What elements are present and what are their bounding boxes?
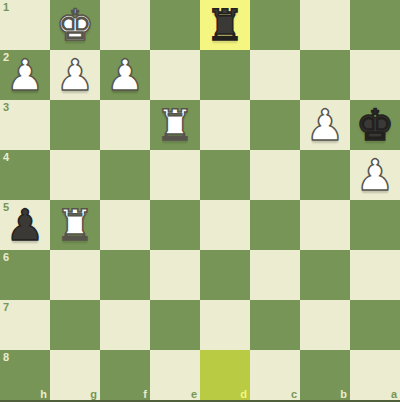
black-pawn-piece[interactable]: ♟: [0, 200, 50, 250]
square-d7[interactable]: [200, 300, 250, 350]
rank-label-8: 8: [3, 351, 9, 363]
white-pawn-piece[interactable]: ♟: [300, 100, 350, 150]
square-c3[interactable]: [250, 100, 300, 150]
square-b1[interactable]: [300, 0, 350, 50]
square-a2[interactable]: [350, 50, 400, 100]
square-h1[interactable]: 1: [0, 0, 50, 50]
square-c8[interactable]: c: [250, 350, 300, 400]
rank-label-7: 7: [3, 301, 9, 313]
square-a6[interactable]: [350, 250, 400, 300]
square-a1[interactable]: [350, 0, 400, 50]
square-a7[interactable]: [350, 300, 400, 350]
white-pawn-piece[interactable]: ♟: [0, 50, 50, 100]
square-b6[interactable]: [300, 250, 350, 300]
rank-label-6: 6: [3, 251, 9, 263]
square-e2[interactable]: [150, 50, 200, 100]
square-c4[interactable]: [250, 150, 300, 200]
square-f7[interactable]: [100, 300, 150, 350]
square-g6[interactable]: [50, 250, 100, 300]
rank-label-1: 1: [3, 1, 9, 13]
white-rook-piece[interactable]: ♜: [50, 200, 100, 250]
file-label-g: g: [90, 388, 97, 400]
square-h2[interactable]: 2♟: [0, 50, 50, 100]
square-b5[interactable]: [300, 200, 350, 250]
chess-board: 1♚♜2♟♟♟3♜♟♚4♟5♟♜678hgfedcba: [0, 0, 400, 400]
square-f2[interactable]: ♟: [100, 50, 150, 100]
square-d2[interactable]: [200, 50, 250, 100]
file-label-a: a: [391, 388, 397, 400]
chess-app-window: 1♚♜2♟♟♟3♜♟♚4♟5♟♜678hgfedcba: [0, 0, 400, 402]
white-pawn-piece[interactable]: ♟: [100, 50, 150, 100]
square-f6[interactable]: [100, 250, 150, 300]
square-c5[interactable]: [250, 200, 300, 250]
rank-label-3: 3: [3, 101, 9, 113]
square-d1[interactable]: ♜: [200, 0, 250, 50]
square-g1[interactable]: ♚: [50, 0, 100, 50]
black-king-piece[interactable]: ♚: [350, 100, 400, 150]
square-c6[interactable]: [250, 250, 300, 300]
file-label-b: b: [340, 388, 347, 400]
square-d4[interactable]: [200, 150, 250, 200]
square-h5[interactable]: 5♟: [0, 200, 50, 250]
square-h8[interactable]: 8h: [0, 350, 50, 400]
square-d3[interactable]: [200, 100, 250, 150]
square-e8[interactable]: e: [150, 350, 200, 400]
file-label-e: e: [191, 388, 197, 400]
square-c2[interactable]: [250, 50, 300, 100]
square-b7[interactable]: [300, 300, 350, 350]
square-h3[interactable]: 3: [0, 100, 50, 150]
file-label-f: f: [143, 388, 147, 400]
square-a8[interactable]: a: [350, 350, 400, 400]
square-e5[interactable]: [150, 200, 200, 250]
square-e4[interactable]: [150, 150, 200, 200]
square-e7[interactable]: [150, 300, 200, 350]
square-c7[interactable]: [250, 300, 300, 350]
square-c1[interactable]: [250, 0, 300, 50]
white-king-piece[interactable]: ♚: [50, 0, 100, 50]
square-g7[interactable]: [50, 300, 100, 350]
white-pawn-piece[interactable]: ♟: [350, 150, 400, 200]
square-a5[interactable]: [350, 200, 400, 250]
file-label-h: h: [40, 388, 47, 400]
square-g4[interactable]: [50, 150, 100, 200]
square-f4[interactable]: [100, 150, 150, 200]
square-d6[interactable]: [200, 250, 250, 300]
square-h7[interactable]: 7: [0, 300, 50, 350]
square-e6[interactable]: [150, 250, 200, 300]
square-e1[interactable]: [150, 0, 200, 50]
square-g8[interactable]: g: [50, 350, 100, 400]
rank-label-4: 4: [3, 151, 9, 163]
square-e3[interactable]: ♜: [150, 100, 200, 150]
square-f8[interactable]: f: [100, 350, 150, 400]
black-rook-piece[interactable]: ♜: [200, 0, 250, 50]
square-d8[interactable]: d: [200, 350, 250, 400]
square-d5[interactable]: [200, 200, 250, 250]
white-pawn-piece[interactable]: ♟: [50, 50, 100, 100]
square-b2[interactable]: [300, 50, 350, 100]
square-f3[interactable]: [100, 100, 150, 150]
square-a4[interactable]: ♟: [350, 150, 400, 200]
square-g2[interactable]: ♟: [50, 50, 100, 100]
square-f1[interactable]: [100, 0, 150, 50]
square-b4[interactable]: [300, 150, 350, 200]
square-a3[interactable]: ♚: [350, 100, 400, 150]
square-g5[interactable]: ♜: [50, 200, 100, 250]
square-g3[interactable]: [50, 100, 100, 150]
square-b3[interactable]: ♟: [300, 100, 350, 150]
square-f5[interactable]: [100, 200, 150, 250]
file-label-d: d: [240, 388, 247, 400]
square-h4[interactable]: 4: [0, 150, 50, 200]
square-b8[interactable]: b: [300, 350, 350, 400]
white-rook-piece[interactable]: ♜: [150, 100, 200, 150]
file-label-c: c: [291, 388, 297, 400]
square-h6[interactable]: 6: [0, 250, 50, 300]
